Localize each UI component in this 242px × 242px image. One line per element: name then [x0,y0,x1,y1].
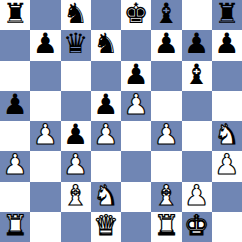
square-f4[interactable]: ♟ [151,121,181,151]
square-f1[interactable]: ♜ [151,212,181,242]
square-e8[interactable]: ♚ [121,0,151,30]
square-g8[interactable] [182,0,212,30]
square-b1[interactable] [30,212,60,242]
square-e3[interactable] [121,151,151,181]
square-e5[interactable]: ♟ [121,91,151,121]
square-h6[interactable] [212,61,242,91]
square-b3[interactable] [30,151,60,181]
black-pawn[interactable]: ♟ [93,91,118,119]
black-rook[interactable]: ♜ [214,0,239,28]
black-bishop[interactable]: ♝ [154,0,179,28]
square-h5[interactable] [212,91,242,121]
black-pawn[interactable]: ♟ [124,61,149,89]
square-d4[interactable]: ♟ [91,121,121,151]
square-f8[interactable]: ♝ [151,0,181,30]
black-bishop[interactable]: ♝ [184,61,209,89]
white-knight[interactable]: ♞ [214,121,239,149]
black-knight[interactable]: ♞ [93,30,118,58]
white-king[interactable]: ♚ [184,212,209,240]
square-d8[interactable] [91,0,121,30]
chess-board: ♜♞♚♝♜♟♛♞♟♟♟♟♝♟♟♟♟♟♟♟♞♟♟♟♝♞♝♟♜♛♜♚ [0,0,242,242]
square-e1[interactable] [121,212,151,242]
square-b5[interactable] [30,91,60,121]
white-pawn[interactable]: ♟ [93,121,118,149]
square-h3[interactable]: ♟ [212,151,242,181]
square-g1[interactable]: ♚ [182,212,212,242]
white-rook[interactable]: ♜ [3,212,28,240]
square-g6[interactable]: ♝ [182,61,212,91]
white-bishop[interactable]: ♝ [154,182,179,210]
black-pawn[interactable]: ♟ [184,30,209,58]
white-pawn[interactable]: ♟ [3,151,28,179]
black-knight[interactable]: ♞ [63,0,88,28]
white-pawn[interactable]: ♟ [33,121,58,149]
square-b8[interactable] [30,0,60,30]
square-b2[interactable] [30,182,60,212]
square-c5[interactable] [61,91,91,121]
square-b7[interactable]: ♟ [30,30,60,60]
black-pawn[interactable]: ♟ [3,91,28,119]
square-g3[interactable] [182,151,212,181]
square-c1[interactable] [61,212,91,242]
square-d3[interactable] [91,151,121,181]
square-f6[interactable] [151,61,181,91]
square-e4[interactable] [121,121,151,151]
black-queen[interactable]: ♛ [63,30,88,58]
square-c8[interactable]: ♞ [61,0,91,30]
square-f5[interactable] [151,91,181,121]
black-pawn[interactable]: ♟ [33,30,58,58]
square-e7[interactable] [121,30,151,60]
square-b6[interactable] [30,61,60,91]
square-a4[interactable] [0,121,30,151]
square-d5[interactable]: ♟ [91,91,121,121]
square-c4[interactable]: ♟ [61,121,91,151]
square-a7[interactable] [0,30,30,60]
square-c7[interactable]: ♛ [61,30,91,60]
square-g4[interactable] [182,121,212,151]
square-d2[interactable]: ♞ [91,182,121,212]
square-f2[interactable]: ♝ [151,182,181,212]
white-knight[interactable]: ♞ [93,182,118,210]
square-a2[interactable] [0,182,30,212]
square-h8[interactable]: ♜ [212,0,242,30]
black-pawn[interactable]: ♟ [214,30,239,58]
square-h1[interactable] [212,212,242,242]
square-a5[interactable]: ♟ [0,91,30,121]
white-rook[interactable]: ♜ [154,212,179,240]
square-f3[interactable] [151,151,181,181]
square-b4[interactable]: ♟ [30,121,60,151]
black-pawn[interactable]: ♟ [154,30,179,58]
square-d1[interactable]: ♛ [91,212,121,242]
square-a6[interactable] [0,61,30,91]
square-g2[interactable]: ♟ [182,182,212,212]
black-king[interactable]: ♚ [124,0,149,28]
square-d7[interactable]: ♞ [91,30,121,60]
square-g7[interactable]: ♟ [182,30,212,60]
black-rook[interactable]: ♜ [3,0,28,28]
white-pawn[interactable]: ♟ [124,91,149,119]
square-c6[interactable] [61,61,91,91]
square-h7[interactable]: ♟ [212,30,242,60]
black-pawn[interactable]: ♟ [63,121,88,149]
square-h4[interactable]: ♞ [212,121,242,151]
white-pawn[interactable]: ♟ [63,151,88,179]
square-f7[interactable]: ♟ [151,30,181,60]
square-c2[interactable]: ♝ [61,182,91,212]
white-pawn[interactable]: ♟ [154,121,179,149]
square-h2[interactable] [212,182,242,212]
square-a3[interactable]: ♟ [0,151,30,181]
square-g5[interactable] [182,91,212,121]
square-d6[interactable] [91,61,121,91]
square-a1[interactable]: ♜ [0,212,30,242]
white-bishop[interactable]: ♝ [63,182,88,210]
square-e6[interactable]: ♟ [121,61,151,91]
square-c3[interactable]: ♟ [61,151,91,181]
white-pawn[interactable]: ♟ [184,182,209,210]
white-pawn[interactable]: ♟ [214,151,239,179]
white-queen[interactable]: ♛ [93,212,118,240]
square-a8[interactable]: ♜ [0,0,30,30]
square-e2[interactable] [121,182,151,212]
